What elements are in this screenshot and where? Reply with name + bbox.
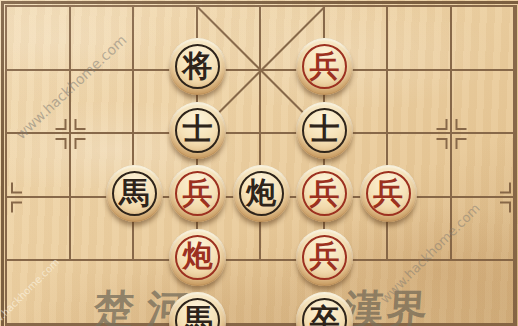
red-soldier[interactable]: 兵 <box>296 38 353 95</box>
piece-character: 士 <box>183 114 213 144</box>
piece-ring: 士 <box>302 108 347 153</box>
piece-ring: 将 <box>175 44 220 89</box>
black-general[interactable]: 将 <box>169 38 226 95</box>
piece-ring: 炮 <box>175 235 220 280</box>
black-advisor[interactable]: 士 <box>169 102 226 159</box>
piece-ring: 炮 <box>239 171 284 216</box>
red-soldier[interactable]: 兵 <box>296 165 353 222</box>
black-soldier[interactable]: 卒 <box>296 292 353 326</box>
piece-ring: 卒 <box>302 298 347 326</box>
piece-ring: 兵 <box>302 171 347 216</box>
piece-ring: 馬 <box>112 171 157 216</box>
piece-character: 馬 <box>119 178 149 208</box>
piece-ring: 兵 <box>302 235 347 280</box>
piece-ring: 兵 <box>175 171 220 216</box>
piece-character: 卒 <box>310 305 340 326</box>
piece-ring: 兵 <box>302 44 347 89</box>
red-soldier[interactable]: 兵 <box>169 165 226 222</box>
black-horse[interactable]: 馬 <box>169 292 226 326</box>
xiangqi-board-screenshot: 楚河 漢界 www.hackhome.com www.hackhome.com … <box>0 0 518 326</box>
piece-character: 馬 <box>183 305 213 326</box>
piece-character: 兵 <box>310 51 340 81</box>
red-cannon[interactable]: 炮 <box>169 229 226 286</box>
piece-ring: 馬 <box>175 298 220 326</box>
black-cannon[interactable]: 炮 <box>233 165 290 222</box>
piece-character: 兵 <box>310 178 340 208</box>
piece-character: 兵 <box>310 241 340 271</box>
black-horse[interactable]: 馬 <box>106 165 163 222</box>
piece-character: 兵 <box>373 178 403 208</box>
piece-character: 士 <box>310 114 340 144</box>
piece-character: 将 <box>183 51 213 81</box>
piece-character: 炮 <box>183 241 213 271</box>
red-soldier[interactable]: 兵 <box>360 165 417 222</box>
red-soldier[interactable]: 兵 <box>296 229 353 286</box>
piece-ring: 兵 <box>366 171 411 216</box>
piece-character: 炮 <box>246 178 276 208</box>
piece-ring: 士 <box>175 108 220 153</box>
piece-character: 兵 <box>183 178 213 208</box>
black-advisor[interactable]: 士 <box>296 102 353 159</box>
piece-layer: 将兵士士馬兵炮兵兵炮兵馬卒 <box>0 0 518 326</box>
